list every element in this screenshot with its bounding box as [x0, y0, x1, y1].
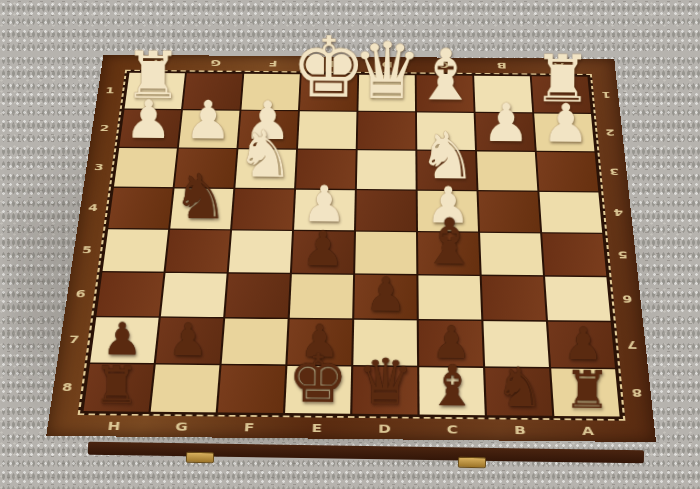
- square-d8[interactable]: ♛: [352, 367, 417, 415]
- chess-board: ♜♚♛♝♜♟♟♟♟♟♞♞♞♟♟♟♝♟♟♟♟♟♟♜♚♛♝♞♜ HH11GG22FF…: [46, 55, 656, 443]
- black-king-e8[interactable]: ♚: [288, 345, 349, 413]
- rank-label-left-4: 4: [87, 202, 99, 213]
- black-queen-d8[interactable]: ♛: [357, 350, 414, 414]
- square-d4[interactable]: [356, 190, 416, 231]
- rank-label-right-8: 8: [631, 387, 643, 400]
- file-label-bottom-G: G: [175, 420, 189, 433]
- white-pawn-h2[interactable]: ♟: [125, 93, 173, 146]
- file-label-top-B: B: [496, 61, 507, 70]
- brass-hinge-icon: [458, 457, 486, 468]
- square-e5[interactable]: ♟: [292, 231, 354, 273]
- file-label-bottom-A: A: [581, 424, 594, 437]
- board-inlay-border: ♜♚♛♝♜♟♟♟♟♟♞♞♞♟♟♟♝♟♟♟♟♟♟♜♚♛♝♞♜: [78, 70, 626, 421]
- square-b2[interactable]: ♟: [476, 113, 535, 151]
- black-pawn-g7[interactable]: ♟: [168, 318, 208, 363]
- file-label-bottom-B: B: [514, 424, 527, 437]
- file-label-bottom-C: C: [447, 423, 459, 436]
- white-pawn-g2[interactable]: ♟: [184, 94, 232, 147]
- square-g7[interactable]: ♟: [156, 318, 223, 364]
- square-b8[interactable]: ♞: [485, 368, 552, 416]
- square-f3[interactable]: ♞: [235, 149, 296, 188]
- square-b6[interactable]: [482, 276, 546, 320]
- square-a5[interactable]: [542, 233, 606, 275]
- white-bishop-c1[interactable]: ♝: [414, 40, 478, 111]
- square-g8[interactable]: [151, 365, 220, 413]
- square-a4[interactable]: [539, 192, 602, 233]
- square-g5[interactable]: [166, 230, 230, 272]
- black-rook-h8[interactable]: ♜: [93, 358, 140, 410]
- square-a8[interactable]: ♜: [551, 369, 619, 417]
- square-a6[interactable]: [545, 277, 610, 321]
- square-d6[interactable]: ♟: [354, 275, 416, 319]
- square-e8[interactable]: ♚: [285, 366, 351, 414]
- rank-label-left-8: 8: [61, 381, 74, 394]
- square-c1[interactable]: ♝: [417, 75, 474, 111]
- square-h2[interactable]: ♟: [119, 110, 181, 148]
- board-3d-wrapper: ♜♚♛♝♜♟♟♟♟♟♞♞♞♟♟♟♝♟♟♟♟♟♟♜♚♛♝♞♜ HH11GG22FF…: [46, 55, 656, 443]
- rank-label-right-2: 2: [604, 128, 615, 138]
- black-bishop-c5[interactable]: ♝: [421, 210, 478, 274]
- file-label-top-F: F: [268, 59, 278, 68]
- square-h8[interactable]: ♜: [84, 364, 154, 412]
- square-b3[interactable]: [477, 151, 537, 190]
- file-label-bottom-E: E: [311, 421, 322, 434]
- square-g4[interactable]: ♞: [170, 188, 233, 229]
- brass-hinge-icon: [186, 452, 214, 463]
- black-rook-a8[interactable]: ♜: [564, 363, 611, 416]
- rank-label-right-5: 5: [617, 249, 629, 260]
- file-label-bottom-D: D: [378, 422, 391, 435]
- square-d3[interactable]: [357, 150, 416, 189]
- rank-label-left-5: 5: [81, 244, 93, 255]
- square-e2[interactable]: [298, 111, 356, 149]
- rank-label-right-4: 4: [612, 207, 623, 218]
- square-f6[interactable]: [225, 274, 290, 318]
- file-label-top-G: G: [210, 58, 222, 67]
- file-label-bottom-F: F: [244, 421, 256, 434]
- square-d2[interactable]: [358, 112, 416, 150]
- square-h4[interactable]: [108, 188, 172, 229]
- square-c8[interactable]: ♝: [419, 367, 485, 415]
- square-g2[interactable]: ♟: [179, 110, 240, 148]
- file-label-bottom-H: H: [107, 419, 122, 432]
- square-f5[interactable]: [229, 231, 292, 273]
- square-d1[interactable]: ♛: [358, 75, 415, 111]
- square-g6[interactable]: [161, 273, 227, 317]
- board-grid: ♜♚♛♝♜♟♟♟♟♟♞♞♞♟♟♟♝♟♟♟♟♟♟♜♚♛♝♞♜: [84, 73, 620, 417]
- white-queen-d1[interactable]: ♛: [352, 32, 423, 111]
- white-pawn-b2[interactable]: ♟: [482, 97, 530, 150]
- scene: ♜♚♛♝♜♟♟♟♟♟♞♞♞♟♟♟♝♟♟♟♟♟♟♜♚♛♝♞♜ HH11GG22FF…: [0, 0, 700, 489]
- rank-label-left-7: 7: [68, 333, 80, 345]
- black-knight-b8[interactable]: ♞: [495, 360, 544, 415]
- square-f4[interactable]: [232, 189, 294, 230]
- black-knight-g4[interactable]: ♞: [173, 166, 229, 228]
- square-e1[interactable]: ♚: [300, 74, 357, 110]
- rank-label-left-1: 1: [105, 86, 116, 96]
- square-b5[interactable]: [480, 233, 543, 275]
- square-f8[interactable]: [218, 365, 285, 413]
- square-h5[interactable]: [103, 229, 169, 271]
- square-h3[interactable]: [114, 148, 177, 187]
- rank-label-left-3: 3: [93, 162, 104, 172]
- white-knight-f3[interactable]: ♞: [236, 122, 295, 187]
- square-c5[interactable]: ♝: [418, 232, 480, 274]
- square-a2[interactable]: ♟: [534, 113, 594, 151]
- black-bishop-c8[interactable]: ♝: [427, 357, 478, 414]
- black-pawn-e5[interactable]: ♟: [301, 224, 344, 272]
- square-a3[interactable]: [537, 152, 599, 191]
- rank-label-right-3: 3: [608, 167, 619, 177]
- square-f7[interactable]: [222, 319, 288, 365]
- rank-label-left-6: 6: [75, 288, 87, 300]
- square-h6[interactable]: [96, 272, 163, 316]
- black-pawn-d6[interactable]: ♟: [364, 271, 406, 318]
- square-e6[interactable]: [290, 274, 353, 318]
- square-b4[interactable]: [479, 191, 541, 232]
- rank-label-right-7: 7: [626, 339, 638, 351]
- rank-label-right-6: 6: [621, 293, 633, 305]
- rank-label-right-1: 1: [601, 90, 612, 100]
- rank-label-left-2: 2: [99, 123, 110, 133]
- white-pawn-a2[interactable]: ♟: [542, 97, 590, 150]
- square-c6[interactable]: [418, 275, 481, 319]
